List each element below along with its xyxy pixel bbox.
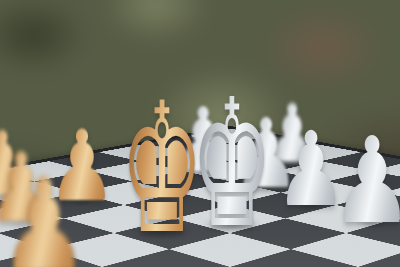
scene: ♟♟♟♟♟♟♟♟♚♚♟	[0, 0, 400, 267]
silver-pawn-right[interactable]: ♟	[330, 122, 400, 241]
gold-king[interactable]: ♚	[120, 79, 204, 259]
gold-pawn-foreground[interactable]: ♟	[0, 161, 90, 267]
